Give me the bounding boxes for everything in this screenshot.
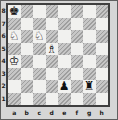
square-c6: ♞♘ — [33, 30, 46, 43]
square-b8 — [21, 5, 34, 18]
square-a2 — [8, 80, 21, 93]
square-f1 — [71, 93, 84, 106]
square-h1 — [96, 93, 109, 106]
white-knight-fill: ♞ — [8, 30, 21, 43]
white-king: ♔ — [8, 55, 21, 68]
white-king-fill: ♚ — [8, 55, 21, 68]
square-h6 — [96, 30, 109, 43]
square-g5 — [83, 43, 96, 56]
square-a8: ♚ — [8, 5, 21, 18]
square-c2 — [33, 80, 46, 93]
square-e3 — [58, 68, 71, 81]
square-e4 — [58, 55, 71, 68]
square-h7 — [96, 18, 109, 31]
file-label-c: c — [33, 109, 46, 116]
square-a1 — [8, 93, 21, 106]
square-h5 — [96, 43, 109, 56]
square-f7 — [71, 18, 84, 31]
square-e6 — [58, 30, 71, 43]
chess-diagram: 87654321 ♚♞♘♞♘♝♗♚♔♟♜ abcdefgh — [0, 0, 118, 120]
square-g2: ♜ — [83, 80, 96, 93]
file-label-e: e — [58, 109, 71, 116]
square-a4: ♚♔ — [8, 55, 21, 68]
square-e7 — [58, 18, 71, 31]
file-label-b: b — [21, 109, 34, 116]
square-c3 — [33, 68, 46, 81]
square-b7 — [21, 18, 34, 31]
square-g8 — [83, 5, 96, 18]
square-a6: ♞♘ — [8, 30, 21, 43]
file-label-g: g — [83, 109, 96, 116]
square-b1 — [21, 93, 34, 106]
square-g4 — [83, 55, 96, 68]
square-d4 — [46, 55, 59, 68]
square-h3 — [96, 68, 109, 81]
square-c4 — [33, 55, 46, 68]
square-e5 — [58, 43, 71, 56]
square-c8 — [33, 5, 46, 18]
file-labels: abcdefgh — [8, 109, 108, 116]
square-a3 — [8, 68, 21, 81]
square-d1 — [46, 93, 59, 106]
square-d7 — [46, 18, 59, 31]
square-c5 — [33, 43, 46, 56]
file-label-a: a — [8, 109, 21, 116]
white-bishop-fill: ♝ — [46, 43, 59, 56]
square-f8 — [71, 5, 84, 18]
square-b4 — [21, 55, 34, 68]
square-g3 — [83, 68, 96, 81]
square-d8 — [46, 5, 59, 18]
square-d3 — [46, 68, 59, 81]
white-knight: ♘ — [8, 30, 21, 43]
square-d6 — [46, 30, 59, 43]
black-pawn: ♟ — [58, 80, 71, 93]
square-g1 — [83, 93, 96, 106]
square-a7 — [8, 18, 21, 31]
square-f5 — [71, 43, 84, 56]
square-f2 — [71, 80, 84, 93]
square-b6 — [21, 30, 34, 43]
square-h8 — [96, 5, 109, 18]
square-a5 — [8, 43, 21, 56]
square-e8 — [58, 5, 71, 18]
square-f6 — [71, 30, 84, 43]
file-label-f: f — [71, 109, 84, 116]
square-e2: ♟ — [58, 80, 71, 93]
file-label-h: h — [96, 109, 109, 116]
white-bishop: ♗ — [46, 43, 59, 56]
file-label-d: d — [46, 109, 59, 116]
square-c7 — [33, 18, 46, 31]
white-knight-fill: ♞ — [33, 30, 46, 43]
square-g7 — [83, 18, 96, 31]
square-e1 — [58, 93, 71, 106]
square-f3 — [71, 68, 84, 81]
square-h4 — [96, 55, 109, 68]
square-g6 — [83, 30, 96, 43]
black-king: ♚ — [8, 5, 21, 18]
square-d5: ♝♗ — [46, 43, 59, 56]
square-h2 — [96, 80, 109, 93]
square-b2 — [21, 80, 34, 93]
board-grid: ♚♞♘♞♘♝♗♚♔♟♜ — [8, 5, 108, 105]
white-knight: ♘ — [33, 30, 46, 43]
square-b5 — [21, 43, 34, 56]
black-rook: ♜ — [83, 80, 96, 93]
square-f4 — [71, 55, 84, 68]
chess-board: ♚♞♘♞♘♝♗♚♔♟♜ — [6, 3, 110, 107]
square-b3 — [21, 68, 34, 81]
square-d2 — [46, 80, 59, 93]
square-c1 — [33, 93, 46, 106]
